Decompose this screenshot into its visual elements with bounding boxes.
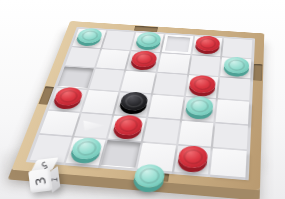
cell-r6c6 xyxy=(211,149,247,178)
teal-disc[interactable] xyxy=(76,28,104,44)
die-front-face: 3 xyxy=(28,168,53,193)
frame-notch-right xyxy=(253,64,262,81)
cell-r1c1 xyxy=(72,29,105,48)
die-front-value: 3 xyxy=(32,175,48,186)
teal-disc[interactable] xyxy=(135,32,162,48)
cell-r2c4 xyxy=(158,53,190,74)
cell-r3c4 xyxy=(153,73,187,95)
red-disc[interactable] xyxy=(112,114,144,136)
cell-r6c2 xyxy=(65,138,105,166)
cell-r4c6 xyxy=(216,99,249,124)
cell-r1c3 xyxy=(132,32,164,51)
photo-scene: 5 1 3 xyxy=(0,0,285,199)
cell-r4c3 xyxy=(115,92,151,116)
red-disc[interactable] xyxy=(189,74,217,93)
cell-r1c5 xyxy=(192,36,222,56)
red-disc[interactable] xyxy=(53,87,85,107)
cell-r6c3 xyxy=(101,140,140,168)
teal-disc[interactable] xyxy=(223,56,249,74)
cell-r2c5 xyxy=(189,55,221,76)
cell-r2c3 xyxy=(127,51,160,72)
cell-r5c6 xyxy=(213,123,248,150)
cell-r1c6 xyxy=(223,38,253,58)
cell-r4c2 xyxy=(82,90,119,114)
cell-r4c5 xyxy=(182,97,216,121)
cell-r2c2 xyxy=(96,49,130,70)
bottom-notch-slot xyxy=(132,170,169,191)
teal-disc[interactable] xyxy=(70,137,104,160)
cell-r5c1 xyxy=(40,110,79,135)
cell-r5c5 xyxy=(178,121,214,147)
red-disc[interactable] xyxy=(177,145,208,169)
cell-r5c3 xyxy=(108,115,146,141)
cell-r4c4 xyxy=(148,95,183,119)
cell-r3c6 xyxy=(218,78,250,101)
black-disc[interactable] xyxy=(118,91,148,111)
cell-r1c2 xyxy=(102,31,135,50)
cell-r2c6 xyxy=(220,57,251,78)
cell-r4c1 xyxy=(49,88,87,112)
cell-r3c5 xyxy=(186,75,219,98)
cell-r2c1 xyxy=(65,47,100,67)
red-disc[interactable] xyxy=(195,35,221,51)
cell-r6c5 xyxy=(174,146,211,175)
cell-r5c2 xyxy=(74,113,113,139)
dice[interactable]: 5 1 3 xyxy=(27,157,65,197)
cell-r3c3 xyxy=(121,71,156,93)
teal-disc[interactable] xyxy=(185,96,214,116)
cell-r5c4 xyxy=(143,118,180,144)
cell-r3c2 xyxy=(89,69,124,91)
red-disc[interactable] xyxy=(130,50,158,67)
cell-r3c1 xyxy=(57,67,93,89)
cell-r1c4 xyxy=(162,34,193,53)
triangle-marker xyxy=(80,119,106,132)
board-perspective-area xyxy=(42,0,262,199)
